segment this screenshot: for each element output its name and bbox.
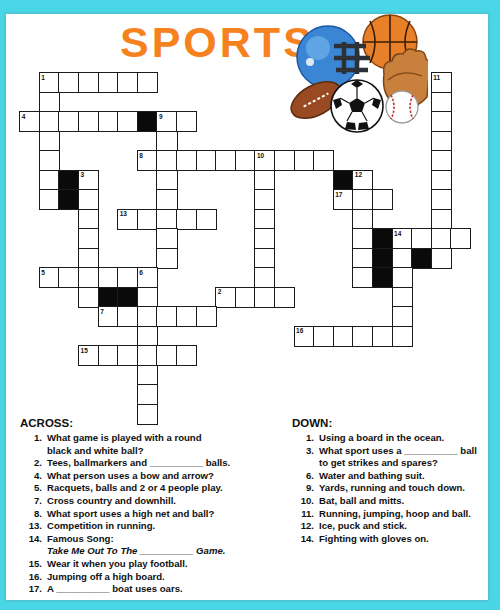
cell-number: 6	[139, 269, 143, 276]
grid-cell-r5c3[interactable]: 3	[78, 170, 99, 191]
clue-text: Yards, running and touch down.	[314, 482, 490, 495]
grid-cell-r11c6[interactable]	[137, 287, 158, 308]
grid-cell-r8c20[interactable]	[411, 228, 432, 249]
grid-cell-r13c17[interactable]	[352, 326, 373, 347]
clue-text: Famous Song:Take Me Out To The _________…	[42, 533, 285, 558]
cell-number: 13	[120, 210, 127, 217]
down-clue-14: 14.Fighting with gloves on.	[292, 533, 490, 546]
clue-number: 10.	[292, 495, 314, 508]
crossword-grid: 1114981031217131456271615	[20, 73, 471, 424]
clue-text: Jumping off a high board.	[42, 571, 285, 584]
grid-cell-r10c6[interactable]: 6	[137, 267, 158, 288]
grid-cell-r8c3[interactable]	[78, 228, 99, 249]
grid-cell-r14c4[interactable]	[98, 345, 119, 366]
grid-cell-r0c6[interactable]	[137, 72, 158, 93]
clue-text: Racquets, balls and 2 or 4 people play.	[42, 482, 285, 495]
page-title: SPORTS	[120, 18, 315, 67]
grid-cell-r7c17[interactable]	[352, 209, 373, 230]
grid-cell-r9c21[interactable]	[431, 248, 452, 269]
down-clue-list: 1.Using a board in the ocean.3.What spor…	[292, 432, 490, 545]
grid-cell-r6c21[interactable]	[431, 189, 452, 210]
grid-cell-r12c7[interactable]	[156, 306, 177, 327]
down-heading: DOWN:	[292, 417, 490, 429]
grid-cell-r9c7[interactable]	[156, 248, 177, 269]
grid-cell-r14c8[interactable]	[176, 345, 197, 366]
grid-cell-r12c9[interactable]	[196, 306, 217, 327]
grid-cell-r14c3[interactable]: 15	[78, 345, 99, 366]
cell-number: 12	[355, 171, 362, 178]
grid-cell-r5c1[interactable]	[39, 170, 60, 191]
across-clue-7: 7.Cross country and downhill.	[20, 495, 285, 508]
down-clue-6: 6.Water and bathing suit.	[292, 470, 490, 483]
across-clue-14: 14.Famous Song:Take Me Out To The ______…	[20, 533, 285, 558]
clue-number: 6.	[292, 470, 314, 483]
grid-cell-r1c21[interactable]	[431, 92, 452, 113]
grid-cell-r8c22[interactable]	[450, 228, 471, 249]
clue-text: What sport uses a __________ ballto get …	[314, 445, 490, 470]
clue-text: Using a board in the ocean.	[314, 432, 490, 445]
grid-cell-r11c3[interactable]	[78, 287, 99, 308]
down-clue-9: 9.Yards, running and touch down.	[292, 482, 490, 495]
clue-number: 1.	[292, 432, 314, 445]
grid-cell-r8c17[interactable]	[352, 228, 373, 249]
grid-cell-r2c21[interactable]	[431, 111, 452, 132]
cell-number: 10	[257, 152, 264, 159]
cell-number: 3	[81, 171, 85, 178]
clue-text: Water and bathing suit.	[314, 470, 490, 483]
grid-cell-r6c12[interactable]	[254, 189, 275, 210]
grid-cell-r4c8[interactable]	[176, 150, 197, 171]
clue-number: 5.	[20, 482, 42, 495]
grid-cell-r3c21[interactable]	[431, 131, 452, 152]
grid-cell-r4c9[interactable]	[196, 150, 217, 171]
grid-cell-r5c17[interactable]: 12	[352, 170, 373, 191]
down-clue-12: 12.Ice, puck and stick.	[292, 520, 490, 533]
grid-cell-r4c12[interactable]: 10	[254, 150, 275, 171]
grid-cell-r2c2[interactable]	[58, 111, 79, 132]
clue-text: Fighting with gloves on.	[314, 533, 490, 546]
grid-cell-r13c15[interactable]	[313, 326, 334, 347]
black-cell	[372, 228, 393, 249]
grid-cell-r10c5[interactable]	[117, 267, 138, 288]
grid-cell-r6c3[interactable]	[78, 189, 99, 210]
grid-cell-r9c17[interactable]	[352, 248, 373, 269]
grid-cell-r3c7[interactable]	[156, 131, 177, 152]
across-clue-1: 1.What game is played with a roundblack …	[20, 432, 285, 457]
grid-cell-r2c1[interactable]	[39, 111, 60, 132]
grid-cell-r7c12[interactable]	[254, 209, 275, 230]
grid-cell-r2c0[interactable]: 4	[19, 111, 40, 132]
grid-cell-r15c6[interactable]	[137, 365, 158, 386]
across-clue-2: 2.Tees, ballmarkers and __________ balls…	[20, 457, 285, 470]
grid-cell-r0c2[interactable]	[58, 72, 79, 93]
clue-text: Tees, ballmarkers and __________ balls.	[42, 457, 285, 470]
grid-cell-r0c5[interactable]	[117, 72, 138, 93]
grid-cell-r14c5[interactable]	[117, 345, 138, 366]
across-clue-4: 4.What person uses a bow and arrow?	[20, 470, 285, 483]
down-clue-1: 1.Using a board in the ocean.	[292, 432, 490, 445]
across-clue-list: 1.What game is played with a roundblack …	[20, 432, 285, 596]
clue-number: 12.	[292, 520, 314, 533]
cell-number: 4	[22, 113, 26, 120]
grid-cell-r9c3[interactable]	[78, 248, 99, 269]
grid-cell-r10c2[interactable]	[58, 267, 79, 288]
clue-text: What sport uses a high net and ball?	[42, 508, 285, 521]
grid-cell-r2c3[interactable]	[78, 111, 99, 132]
clue-number: 3.	[292, 445, 314, 458]
grid-cell-r7c21[interactable]	[431, 209, 452, 230]
cell-number: 7	[100, 308, 104, 315]
grid-cell-r11c10[interactable]: 2	[215, 287, 236, 308]
grid-cell-r6c1[interactable]	[39, 189, 60, 210]
clue-number: 2.	[20, 457, 42, 470]
down-clue-3: 3.What sport uses a __________ ballto ge…	[292, 445, 490, 470]
grid-cell-r8c19[interactable]: 14	[392, 228, 413, 249]
across-clue-16: 16.Jumping off a high board.	[20, 571, 285, 584]
grid-cell-r10c4[interactable]	[98, 267, 119, 288]
grid-cell-r10c3[interactable]	[78, 267, 99, 288]
grid-cell-r5c21[interactable]	[431, 170, 452, 191]
grid-cell-r9c19[interactable]	[392, 248, 413, 269]
grid-cell-r7c9[interactable]	[196, 209, 217, 230]
black-cell	[333, 170, 354, 191]
grid-cell-r2c7[interactable]: 9	[156, 111, 177, 132]
black-cell	[117, 287, 138, 308]
grid-cell-r6c16[interactable]: 17	[333, 189, 354, 210]
grid-cell-r7c3[interactable]	[78, 209, 99, 230]
grid-cell-r10c19[interactable]	[392, 267, 413, 288]
across-clue-5: 5.Racquets, balls and 2 or 4 people play…	[20, 482, 285, 495]
black-cell	[58, 189, 79, 210]
across-clue-15: 15.Wear it when you play football.	[20, 558, 285, 571]
grid-cell-r11c19[interactable]	[392, 287, 413, 308]
clue-number: 15.	[20, 558, 42, 571]
grid-cell-r14c7[interactable]	[156, 345, 177, 366]
grid-cell-r4c15[interactable]	[313, 150, 334, 171]
grid-cell-r4c1[interactable]	[39, 150, 60, 171]
grid-cell-r9c12[interactable]	[254, 248, 275, 269]
grid-cell-r6c17[interactable]	[352, 189, 373, 210]
grid-cell-r7c8[interactable]	[176, 209, 197, 230]
cell-number: 16	[296, 327, 303, 334]
grid-cell-r12c4[interactable]: 7	[98, 306, 119, 327]
grid-cell-r10c1[interactable]: 5	[39, 267, 60, 288]
clue-number: 17.	[20, 583, 42, 596]
clue-text: Running, jumping, hoop and ball.	[314, 508, 490, 521]
grid-cell-r4c14[interactable]	[294, 150, 315, 171]
cell-number: 9	[159, 113, 163, 120]
grid-cell-r16c6[interactable]	[137, 384, 158, 405]
grid-cell-r12c8[interactable]	[176, 306, 197, 327]
across-clue-13: 13.Competition in running.	[20, 520, 285, 533]
clue-number: 11.	[292, 508, 314, 521]
grid-cell-r13c19[interactable]	[392, 326, 413, 347]
grid-cell-r1c1[interactable]	[39, 92, 60, 113]
cell-number: 11	[433, 74, 440, 81]
grid-cell-r10c12[interactable]	[254, 267, 275, 288]
grid-cell-r4c7[interactable]	[156, 150, 177, 171]
black-cell	[58, 170, 79, 191]
clue-text: Competition in running.	[42, 520, 285, 533]
across-heading: ACROSS:	[20, 417, 285, 429]
grid-cell-r7c5[interactable]: 13	[117, 209, 138, 230]
grid-cell-r12c5[interactable]	[117, 306, 138, 327]
black-cell	[411, 248, 432, 269]
clue-text: Bat, ball and mitts.	[314, 495, 490, 508]
clue-text: What person uses a bow and arrow?	[42, 470, 285, 483]
clue-number: 1.	[20, 432, 42, 445]
clue-text: Cross country and downhill.	[42, 495, 285, 508]
grid-cell-r3c1[interactable]	[39, 131, 60, 152]
grid-cell-r4c13[interactable]	[274, 150, 295, 171]
clue-text: What game is played with a roundblack an…	[42, 432, 285, 457]
across-clue-8: 8.What sport uses a high net and ball?	[20, 508, 285, 521]
cell-number: 1	[41, 74, 45, 81]
grid-cell-r2c5[interactable]	[117, 111, 138, 132]
grid-cell-r14c6[interactable]	[137, 345, 158, 366]
clue-text: Wear it when you play football.	[42, 558, 285, 571]
grid-cell-r6c7[interactable]	[156, 189, 177, 210]
cell-number: 17	[335, 191, 342, 198]
clue-number: 9.	[292, 482, 314, 495]
grid-cell-r10c17[interactable]	[352, 267, 373, 288]
grid-cell-r5c7[interactable]	[156, 170, 177, 191]
grid-cell-r2c8[interactable]	[176, 111, 197, 132]
cell-number: 14	[394, 230, 401, 237]
grid-cell-r0c1[interactable]: 1	[39, 72, 60, 93]
grid-cell-r8c12[interactable]	[254, 228, 275, 249]
clue-number: 13.	[20, 520, 42, 533]
grid-cell-r5c12[interactable]	[254, 170, 275, 191]
clue-text: Ice, puck and stick.	[314, 520, 490, 533]
clue-number: 14.	[20, 533, 42, 546]
grid-cell-r11c12[interactable]	[254, 287, 275, 308]
grid-cell-r4c21[interactable]	[431, 150, 452, 171]
grid-cell-r13c14[interactable]: 16	[294, 326, 315, 347]
grid-cell-r11c11[interactable]	[235, 287, 256, 308]
grid-cell-r4c11[interactable]	[235, 150, 256, 171]
grid-cell-r8c7[interactable]	[156, 228, 177, 249]
black-cell	[137, 111, 158, 132]
cell-number: 8	[139, 152, 143, 159]
across-clue-17: 17.A __________ boat uses oars.	[20, 583, 285, 596]
grid-cell-r12c19[interactable]	[392, 306, 413, 327]
cell-number: 2	[218, 288, 222, 295]
grid-cell-r7c7[interactable]	[156, 209, 177, 230]
grid-cell-r12c6[interactable]	[137, 306, 158, 327]
clue-number: 7.	[20, 495, 42, 508]
cell-number: 5	[41, 269, 45, 276]
clue-text: A __________ boat uses oars.	[42, 583, 285, 596]
black-cell	[372, 248, 393, 269]
down-clues-section: DOWN: 1.Using a board in the ocean.3.Wha…	[292, 417, 490, 545]
grid-cell-r7c6[interactable]	[137, 209, 158, 230]
grid-cell-r0c3[interactable]	[78, 72, 99, 93]
across-clues-section: ACROSS: 1.What game is played with a rou…	[20, 417, 285, 596]
black-cell	[98, 287, 119, 308]
clue-number: 16.	[20, 571, 42, 584]
black-cell	[372, 267, 393, 288]
clue-number: 8.	[20, 508, 42, 521]
grid-cell-r13c6[interactable]	[137, 326, 158, 347]
grid-cell-r13c16[interactable]	[333, 326, 354, 347]
down-clue-11: 11.Running, jumping, hoop and ball.	[292, 508, 490, 521]
grid-cell-r0c4[interactable]	[98, 72, 119, 93]
clue-number: 4.	[20, 470, 42, 483]
grid-cell-r4c6[interactable]: 8	[137, 150, 158, 171]
cell-number: 15	[81, 347, 88, 354]
clue-number: 14.	[292, 533, 314, 546]
grid-cell-r2c4[interactable]	[98, 111, 119, 132]
grid-cell-r4c10[interactable]	[215, 150, 236, 171]
grid-cell-r11c13[interactable]	[274, 287, 295, 308]
grid-cell-r8c21[interactable]	[431, 228, 452, 249]
grid-cell-r0c21[interactable]: 11	[431, 72, 452, 93]
grid-cell-r6c18[interactable]	[372, 189, 393, 210]
down-clue-10: 10.Bat, ball and mitts.	[292, 495, 490, 508]
grid-cell-r13c18[interactable]	[372, 326, 393, 347]
